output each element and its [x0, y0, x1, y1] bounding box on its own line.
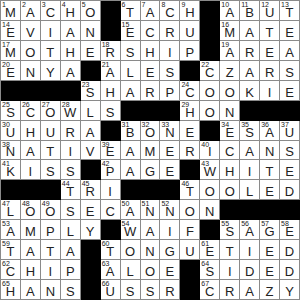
- grid-cell[interactable]: 54W: [121, 220, 141, 240]
- grid-cell[interactable]: K: [240, 81, 260, 101]
- grid-cell[interactable]: I: [101, 180, 121, 200]
- clue-number: 14: [2, 21, 10, 28]
- grid-cell[interactable]: 29H: [180, 101, 200, 121]
- grid-cell[interactable]: R: [220, 280, 240, 300]
- grid-cell[interactable]: A: [61, 240, 81, 260]
- grid-cell[interactable]: D: [240, 260, 260, 280]
- grid-cell[interactable]: H: [21, 260, 41, 280]
- clue-number: 18: [102, 41, 110, 48]
- grid-cell[interactable]: R: [180, 141, 200, 161]
- grid-cell[interactable]: 59T: [1, 240, 21, 260]
- cell-letter: E: [285, 26, 294, 39]
- grid-cell[interactable]: 20E: [1, 61, 21, 81]
- grid-cell[interactable]: 21A: [101, 61, 121, 81]
- grid-cell[interactable]: T: [41, 41, 61, 61]
- grid-cell[interactable]: N: [21, 61, 41, 81]
- grid-cell[interactable]: S: [280, 141, 300, 161]
- clue-number: 33: [161, 121, 169, 128]
- grid-cell[interactable]: D: [280, 180, 300, 200]
- grid-cell[interactable]: 9H: [180, 1, 200, 21]
- cell-letter: O: [205, 106, 215, 119]
- grid-cell[interactable]: 27O: [41, 101, 61, 121]
- cell-letter: A: [245, 26, 254, 39]
- grid-cell[interactable]: S: [101, 101, 121, 121]
- clue-number: 5: [82, 1, 86, 8]
- grid-cell[interactable]: A: [141, 220, 161, 240]
- grid-cell[interactable]: L: [81, 101, 101, 121]
- grid-cell[interactable]: 25S: [1, 101, 21, 121]
- clue-number: 46: [181, 180, 189, 187]
- grid-cell[interactable]: O: [220, 180, 240, 200]
- clue-number: 34: [221, 121, 229, 128]
- grid-cell[interactable]: 15E: [121, 21, 141, 41]
- grid-cell[interactable]: I: [61, 141, 81, 161]
- cell-letter: E: [166, 265, 175, 278]
- grid-cell[interactable]: A: [240, 61, 260, 81]
- clue-number: 8: [161, 1, 165, 8]
- grid-cell[interactable]: R: [240, 41, 260, 61]
- clue-number: 24: [181, 81, 189, 88]
- grid-cell[interactable]: A: [21, 280, 41, 300]
- grid-cell[interactable]: Y: [41, 61, 61, 81]
- grid-cell[interactable]: 63A: [101, 260, 121, 280]
- cell-letter: N: [205, 205, 214, 218]
- grid-cell[interactable]: 22C: [200, 61, 220, 81]
- grid-cell[interactable]: G: [160, 240, 180, 260]
- cell-letter: P: [46, 225, 55, 238]
- cell-letter: T: [46, 245, 54, 258]
- block-cell: [121, 180, 141, 200]
- grid-cell[interactable]: Z: [260, 280, 280, 300]
- grid-cell[interactable]: A: [61, 21, 81, 41]
- grid-cell[interactable]: 8C: [160, 1, 180, 21]
- grid-cell[interactable]: D: [280, 240, 300, 260]
- cell-letter: T: [266, 165, 274, 178]
- grid-cell[interactable]: I: [21, 160, 41, 180]
- grid-cell[interactable]: 12U: [260, 1, 280, 21]
- grid-cell[interactable]: O: [180, 200, 200, 220]
- clue-number: 9: [181, 1, 185, 8]
- grid-cell[interactable]: 24C: [180, 81, 200, 101]
- grid-cell[interactable]: 16M: [220, 21, 240, 41]
- grid-cell[interactable]: A: [240, 21, 260, 41]
- cell-letter: R: [165, 26, 174, 39]
- grid-cell[interactable]: E: [81, 41, 101, 61]
- cell-letter: A: [66, 26, 75, 39]
- cell-letter: U: [46, 126, 55, 139]
- grid-cell[interactable]: 17M: [1, 41, 21, 61]
- clue-number: 45: [82, 180, 90, 187]
- grid-cell[interactable]: 52N: [160, 200, 180, 220]
- grid-cell[interactable]: A: [61, 61, 81, 81]
- clue-number: 29: [181, 101, 189, 108]
- block-cell: [180, 160, 200, 180]
- grid-cell[interactable]: 65H: [1, 280, 21, 300]
- grid-cell[interactable]: I: [240, 160, 260, 180]
- grid-cell[interactable]: A: [240, 141, 260, 161]
- grid-cell[interactable]: N: [41, 280, 61, 300]
- grid-cell[interactable]: R: [61, 121, 81, 141]
- cell-letter: R: [185, 145, 194, 158]
- cell-letter: P: [66, 265, 75, 278]
- grid-cell[interactable]: Z: [220, 61, 240, 81]
- cell-letter: A: [245, 145, 254, 158]
- clue-number: 63: [102, 260, 110, 267]
- crossword-board: 1M2A3C4H5O6T7A8C9H10A11B12U13T14EVIAN15E…: [0, 0, 300, 300]
- grid-cell[interactable]: S: [280, 61, 300, 81]
- grid-cell[interactable]: R: [260, 61, 280, 81]
- block-cell: [101, 21, 121, 41]
- grid-cell[interactable]: 44T: [61, 180, 81, 200]
- cell-letter: N: [265, 145, 274, 158]
- grid-cell[interactable]: E: [260, 260, 280, 280]
- grid-cell[interactable]: 46T: [180, 180, 200, 200]
- grid-cell[interactable]: H: [141, 41, 161, 61]
- grid-cell[interactable]: L: [240, 180, 260, 200]
- cell-letter: D: [285, 245, 294, 258]
- grid-cell[interactable]: R: [160, 280, 180, 300]
- grid-cell[interactable]: 53A: [1, 220, 21, 240]
- clue-number: 51: [142, 200, 150, 207]
- cell-letter: A: [26, 6, 35, 19]
- grid-cell[interactable]: 10A: [220, 1, 240, 21]
- grid-cell[interactable]: 28W: [61, 101, 81, 121]
- grid-cell[interactable]: U: [180, 240, 200, 260]
- clue-number: 13: [281, 1, 289, 8]
- grid-cell[interactable]: 45R: [81, 180, 101, 200]
- cell-letter: R: [165, 285, 174, 298]
- block-cell: [280, 200, 300, 220]
- grid-cell[interactable]: 5O: [81, 1, 101, 21]
- cell-letter: A: [146, 225, 155, 238]
- grid-cell[interactable]: T: [220, 240, 240, 260]
- grid-cell[interactable]: E: [280, 160, 300, 180]
- grid-cell[interactable]: 11B: [240, 1, 260, 21]
- grid-cell[interactable]: 56A: [240, 220, 260, 240]
- cell-letter: P: [166, 86, 175, 99]
- grid-cell[interactable]: H: [220, 160, 240, 180]
- grid-cell[interactable]: O: [200, 81, 220, 101]
- grid-cell[interactable]: 13T: [280, 1, 300, 21]
- grid-cell[interactable]: M: [21, 220, 41, 240]
- grid-cell[interactable]: A: [240, 280, 260, 300]
- block-cell: [101, 121, 121, 141]
- grid-cell[interactable]: S: [160, 61, 180, 81]
- grid-cell[interactable]: 41K: [1, 160, 21, 180]
- cell-letter: O: [205, 86, 215, 99]
- grid-cell[interactable]: 18R: [101, 41, 121, 61]
- grid-cell[interactable]: H: [21, 121, 41, 141]
- cell-letter: E: [146, 66, 155, 79]
- grid-cell[interactable]: 38N: [1, 141, 21, 161]
- cell-letter: I: [168, 46, 172, 59]
- cell-letter: A: [285, 46, 294, 59]
- grid-cell[interactable]: I: [160, 41, 180, 61]
- block-cell: [81, 260, 101, 280]
- cell-letter: U: [185, 245, 194, 258]
- grid-cell[interactable]: 66U: [101, 280, 121, 300]
- grid-cell[interactable]: 23S: [81, 81, 101, 101]
- cell-letter: N: [145, 245, 154, 258]
- grid-cell[interactable]: E: [280, 21, 300, 41]
- grid-cell[interactable]: E: [81, 200, 101, 220]
- grid-cell[interactable]: L: [121, 61, 141, 81]
- clue-number: 37: [281, 121, 289, 128]
- grid-cell[interactable]: L: [61, 220, 81, 240]
- cell-letter: H: [225, 165, 234, 178]
- grid-cell[interactable]: 58E: [280, 220, 300, 240]
- clue-number: 7: [142, 1, 146, 8]
- grid-cell[interactable]: 37U: [280, 121, 300, 141]
- grid-cell[interactable]: P: [160, 81, 180, 101]
- grid-cell[interactable]: T: [260, 21, 280, 41]
- grid-cell[interactable]: R: [160, 21, 180, 41]
- grid-cell[interactable]: E: [260, 240, 280, 260]
- grid-cell[interactable]: O: [220, 81, 240, 101]
- grid-cell[interactable]: H: [101, 81, 121, 101]
- grid-cell[interactable]: E: [260, 41, 280, 61]
- block-cell: [1, 81, 21, 101]
- cell-letter: A: [66, 66, 75, 79]
- grid-cell[interactable]: H: [61, 41, 81, 61]
- cell-letter: T: [46, 46, 54, 59]
- grid-cell[interactable]: S: [61, 200, 81, 220]
- cell-letter: C: [225, 145, 234, 158]
- cell-letter: S: [66, 285, 75, 298]
- grid-cell[interactable]: A: [280, 41, 300, 61]
- clue-number: 55: [221, 220, 229, 227]
- clue-number: 60: [102, 240, 110, 247]
- cell-letter: L: [126, 66, 133, 79]
- grid-cell[interactable]: O: [200, 101, 220, 121]
- grid-cell[interactable]: 39E: [101, 141, 121, 161]
- clue-number: 53: [2, 220, 10, 227]
- grid-cell[interactable]: 1M: [1, 1, 21, 21]
- cell-letter: D: [285, 185, 294, 198]
- cell-letter: H: [185, 6, 194, 19]
- grid-cell[interactable]: F: [180, 220, 200, 240]
- grid-cell[interactable]: D: [280, 260, 300, 280]
- clue-number: 11: [241, 1, 248, 8]
- grid-cell[interactable]: 35S: [240, 121, 260, 141]
- cell-letter: E: [285, 86, 294, 99]
- clue-number: 38: [2, 141, 10, 148]
- grid-cell[interactable]: T: [41, 141, 61, 161]
- clue-number: 15: [122, 21, 130, 28]
- cell-letter: N: [85, 26, 94, 39]
- grid-cell[interactable]: G: [141, 160, 161, 180]
- cell-letter: T: [126, 6, 134, 19]
- grid-cell[interactable]: S: [41, 160, 61, 180]
- grid-cell[interactable]: I: [41, 260, 61, 280]
- clue-number: 22: [201, 61, 209, 68]
- grid-cell[interactable]: S: [121, 280, 141, 300]
- cell-letter: T: [226, 245, 234, 258]
- cell-letter: A: [26, 145, 35, 158]
- cell-letter: A: [146, 6, 155, 19]
- block-cell: [180, 280, 200, 300]
- block-cell: [1, 180, 21, 200]
- grid-cell[interactable]: S: [121, 41, 141, 61]
- cell-letter: S: [66, 165, 75, 178]
- block-cell: [81, 280, 101, 300]
- grid-cell[interactable]: Y: [81, 220, 101, 240]
- grid-cell[interactable]: 36A: [260, 121, 280, 141]
- grid-cell[interactable]: S: [61, 280, 81, 300]
- grid-cell[interactable]: P: [41, 220, 61, 240]
- block-cell: [81, 61, 101, 81]
- grid-cell[interactable]: 7A: [141, 1, 161, 21]
- grid-cell[interactable]: Y: [280, 280, 300, 300]
- grid-cell[interactable]: L: [121, 260, 141, 280]
- grid-cell[interactable]: V: [81, 141, 101, 161]
- grid-cell[interactable]: 55S: [220, 220, 240, 240]
- grid-cell[interactable]: 2A: [21, 1, 41, 21]
- grid-cell[interactable]: E: [160, 260, 180, 280]
- grid-cell[interactable]: 31B: [121, 121, 141, 141]
- grid-cell[interactable]: 60T: [101, 240, 121, 260]
- grid-cell[interactable]: E: [160, 141, 180, 161]
- cell-letter: T: [46, 145, 54, 158]
- grid-cell[interactable]: T: [41, 240, 61, 260]
- cell-letter: Y: [46, 66, 55, 79]
- grid-cell[interactable]: P: [61, 260, 81, 280]
- cell-letter: Y: [285, 285, 294, 298]
- cell-letter: H: [26, 126, 35, 139]
- grid-cell[interactable]: V: [21, 21, 41, 41]
- grid-cell[interactable]: 4H: [61, 1, 81, 21]
- clue-number: 4: [62, 1, 66, 8]
- block-cell: [61, 81, 81, 101]
- grid-cell[interactable]: A: [121, 141, 141, 161]
- grid-cell[interactable]: 3C: [41, 1, 61, 21]
- cell-letter: M: [25, 225, 36, 238]
- grid-cell[interactable]: 42P: [101, 160, 121, 180]
- grid-cell[interactable]: N: [141, 240, 161, 260]
- grid-cell[interactable]: E: [180, 121, 200, 141]
- block-cell: [160, 101, 180, 121]
- cell-letter: I: [49, 265, 53, 278]
- grid-cell[interactable]: 47L: [1, 200, 21, 220]
- cell-letter: N: [46, 285, 55, 298]
- grid-cell[interactable]: 61E: [200, 240, 220, 260]
- grid-cell[interactable]: C: [141, 21, 161, 41]
- grid-cell[interactable]: 67C: [200, 280, 220, 300]
- grid-cell[interactable]: 51N: [141, 200, 161, 220]
- grid-cell[interactable]: A: [81, 121, 101, 141]
- block-cell: [200, 41, 220, 61]
- grid-cell[interactable]: U: [41, 121, 61, 141]
- grid-cell[interactable]: T: [260, 160, 280, 180]
- grid-cell[interactable]: N: [81, 21, 101, 41]
- grid-cell[interactable]: 33N: [160, 121, 180, 141]
- grid-cell[interactable]: A: [21, 240, 41, 260]
- clue-number: 27: [42, 101, 50, 108]
- clue-number: 16: [221, 21, 229, 28]
- grid-cell[interactable]: 48O: [21, 200, 41, 220]
- grid-cell[interactable]: N: [260, 141, 280, 161]
- grid-cell[interactable]: S: [141, 280, 161, 300]
- clue-number: 50: [122, 200, 130, 207]
- clue-number: 65: [2, 280, 10, 287]
- grid-cell[interactable]: 34E: [220, 121, 240, 141]
- clue-number: 19: [221, 41, 229, 48]
- grid-cell[interactable]: S: [61, 160, 81, 180]
- grid-cell[interactable]: I: [41, 21, 61, 41]
- clue-number: 48: [22, 200, 30, 207]
- cell-letter: S: [126, 46, 135, 59]
- grid-cell[interactable]: C: [101, 200, 121, 220]
- cell-letter: E: [186, 126, 195, 139]
- grid-cell[interactable]: R: [141, 81, 161, 101]
- cell-letter: M: [145, 145, 156, 158]
- grid-cell[interactable]: 43W: [200, 160, 220, 180]
- grid-cell[interactable]: 50A: [121, 200, 141, 220]
- grid-cell[interactable]: 6T: [121, 1, 141, 21]
- grid-cell[interactable]: 57G: [260, 220, 280, 240]
- grid-cell[interactable]: 26C: [21, 101, 41, 121]
- cell-letter: S: [146, 285, 155, 298]
- clue-number: 6: [122, 1, 126, 8]
- clue-number: 40: [201, 141, 209, 148]
- grid-cell[interactable]: 49O: [41, 200, 61, 220]
- clue-number: 58: [281, 220, 289, 227]
- grid-cell[interactable]: 19A: [220, 41, 240, 61]
- grid-cell[interactable]: O: [200, 180, 220, 200]
- grid-cell[interactable]: E: [141, 61, 161, 81]
- grid-cell[interactable]: A: [121, 81, 141, 101]
- grid-cell[interactable]: A: [21, 141, 41, 161]
- grid-cell[interactable]: I: [220, 260, 240, 280]
- grid-cell[interactable]: I: [160, 220, 180, 240]
- grid-cell[interactable]: O: [121, 240, 141, 260]
- grid-cell[interactable]: 40I: [200, 141, 220, 161]
- cell-letter: O: [125, 245, 135, 258]
- grid-cell[interactable]: 62C: [1, 260, 21, 280]
- grid-cell[interactable]: I: [260, 81, 280, 101]
- block-cell: [121, 101, 141, 121]
- cell-letter: R: [225, 285, 234, 298]
- cell-letter: E: [265, 265, 274, 278]
- grid-cell[interactable]: E: [280, 81, 300, 101]
- grid-cell[interactable]: N: [220, 101, 240, 121]
- cell-letter: S: [106, 106, 115, 119]
- grid-cell[interactable]: M: [141, 141, 161, 161]
- grid-cell[interactable]: 14E: [1, 21, 21, 41]
- grid-cell[interactable]: P: [180, 41, 200, 61]
- grid-cell[interactable]: I: [240, 240, 260, 260]
- grid-cell[interactable]: N: [200, 200, 220, 220]
- grid-cell[interactable]: C: [220, 141, 240, 161]
- grid-cell[interactable]: O: [141, 260, 161, 280]
- block-cell: [41, 180, 61, 200]
- grid-cell[interactable]: 30U: [1, 121, 21, 141]
- grid-cell[interactable]: A: [121, 160, 141, 180]
- grid-cell[interactable]: U: [180, 21, 200, 41]
- cell-letter: I: [248, 245, 252, 258]
- grid-cell[interactable]: O: [21, 41, 41, 61]
- grid-cell[interactable]: E: [260, 180, 280, 200]
- clue-number: 10: [221, 1, 229, 8]
- grid-cell[interactable]: 64S: [200, 260, 220, 280]
- cell-letter: C: [105, 205, 114, 218]
- cell-letter: H: [145, 46, 154, 59]
- grid-cell[interactable]: E: [160, 160, 180, 180]
- cell-letter: G: [145, 165, 155, 178]
- grid-cell[interactable]: 32O: [141, 121, 161, 141]
- clue-number: 61: [201, 240, 209, 247]
- cell-letter: S: [126, 285, 135, 298]
